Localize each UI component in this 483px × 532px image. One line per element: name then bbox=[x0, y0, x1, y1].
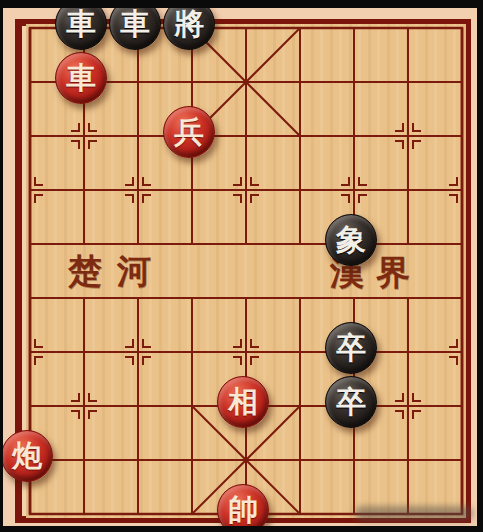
piece-red-chariot[interactable]: 車 bbox=[55, 52, 107, 104]
board-cell-b2: 車 bbox=[57, 55, 111, 109]
piece-glyph: 車 bbox=[66, 63, 96, 93]
board-cell-d1: 將 bbox=[165, 1, 219, 55]
piece-red-cannon[interactable]: 炮 bbox=[1, 430, 53, 482]
board-cell-e8: 相 bbox=[219, 379, 273, 433]
piece-glyph: 將 bbox=[174, 9, 204, 39]
board-cell-g5: 象 bbox=[327, 217, 381, 271]
piece-red-general[interactable]: 帥 bbox=[217, 484, 269, 532]
piece-glyph: 車 bbox=[66, 9, 96, 39]
board-cell-g7: 卒 bbox=[327, 325, 381, 379]
piece-black-soldier[interactable]: 卒 bbox=[325, 376, 377, 428]
letterbox-right bbox=[477, 0, 483, 532]
board-cell-g8: 卒 bbox=[327, 379, 381, 433]
board-cell-b1: 車 bbox=[57, 1, 111, 55]
piece-glyph: 卒 bbox=[336, 387, 366, 417]
piece-glyph: 兵 bbox=[174, 117, 204, 147]
xiangqi-board[interactable]: 車車將車兵象卒相卒炮帥 bbox=[3, 1, 483, 532]
letterbox-bottom bbox=[0, 526, 483, 532]
xiangqi-screenshot: 楚河 漢界 車車將車兵象卒相卒炮帥 bbox=[0, 0, 483, 532]
piece-black-soldier[interactable]: 卒 bbox=[325, 322, 377, 374]
piece-glyph: 帥 bbox=[228, 495, 258, 525]
piece-glyph: 卒 bbox=[336, 333, 366, 363]
watermark-smudge bbox=[355, 506, 473, 521]
piece-black-elephant[interactable]: 象 bbox=[325, 214, 377, 266]
letterbox-left bbox=[0, 0, 3, 532]
piece-glyph: 車 bbox=[120, 9, 150, 39]
letterbox-top bbox=[0, 0, 483, 8]
piece-glyph: 象 bbox=[336, 225, 366, 255]
piece-glyph: 相 bbox=[228, 387, 258, 417]
piece-red-elephant[interactable]: 相 bbox=[217, 376, 269, 428]
board-cell-a9: 炮 bbox=[3, 433, 57, 487]
board-cell-c1: 車 bbox=[111, 1, 165, 55]
piece-red-soldier[interactable]: 兵 bbox=[163, 106, 215, 158]
board-cell-d3: 兵 bbox=[165, 109, 219, 163]
piece-glyph: 炮 bbox=[12, 441, 42, 471]
